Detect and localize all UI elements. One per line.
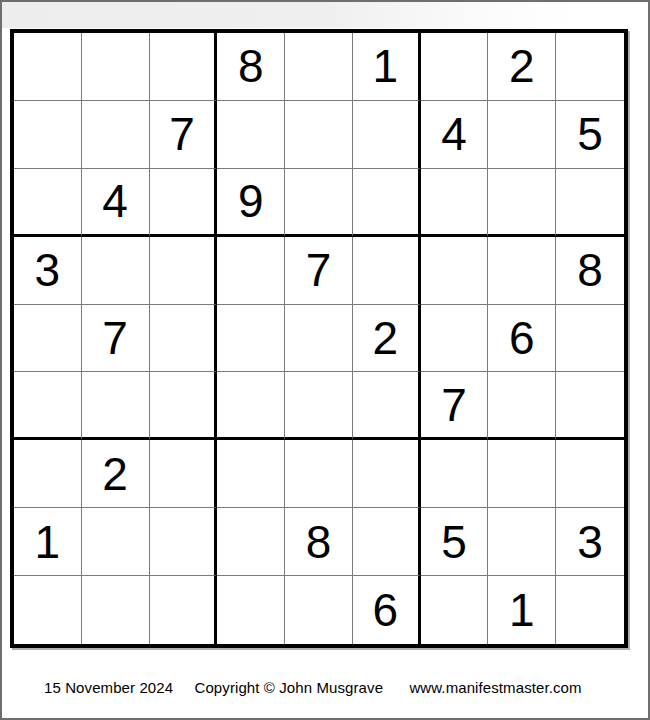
cell-r5c1[interactable]	[14, 305, 82, 373]
cell-r3c4[interactable]: 9	[217, 169, 285, 237]
cell-r6c3[interactable]	[150, 372, 218, 440]
cell-r5c2[interactable]: 7	[82, 305, 150, 373]
cell-r8c4[interactable]	[217, 508, 285, 576]
cell-r5c6[interactable]: 2	[353, 305, 421, 373]
cell-r1c6[interactable]: 1	[353, 33, 421, 101]
cell-r4c8[interactable]	[488, 237, 556, 305]
cell-r3c3[interactable]	[150, 169, 218, 237]
cell-r8c3[interactable]	[150, 508, 218, 576]
cell-r2c5[interactable]	[285, 101, 353, 169]
cell-r5c7[interactable]	[421, 305, 489, 373]
cell-r9c2[interactable]	[82, 576, 150, 644]
cell-r8c1[interactable]: 1	[14, 508, 82, 576]
cell-r1c9[interactable]	[556, 33, 624, 101]
cell-r7c8[interactable]	[488, 440, 556, 508]
cell-r5c8[interactable]: 6	[488, 305, 556, 373]
cell-r3c9[interactable]	[556, 169, 624, 237]
cell-r6c5[interactable]	[285, 372, 353, 440]
cell-r3c5[interactable]	[285, 169, 353, 237]
cell-r2c3[interactable]: 7	[150, 101, 218, 169]
cell-r6c9[interactable]	[556, 372, 624, 440]
cell-r8c8[interactable]	[488, 508, 556, 576]
cell-r2c4[interactable]	[217, 101, 285, 169]
cell-r1c1[interactable]	[14, 33, 82, 101]
cell-r8c7[interactable]: 5	[421, 508, 489, 576]
cell-r6c4[interactable]	[217, 372, 285, 440]
cell-r9c6[interactable]: 6	[353, 576, 421, 644]
footer-copyright: Copyright © John Musgrave	[194, 679, 383, 696]
cell-r3c8[interactable]	[488, 169, 556, 237]
cell-r5c4[interactable]	[217, 305, 285, 373]
cell-r7c1[interactable]	[14, 440, 82, 508]
cell-r9c8[interactable]: 1	[488, 576, 556, 644]
cell-r4c6[interactable]	[353, 237, 421, 305]
cell-r9c5[interactable]	[285, 576, 353, 644]
cell-r4c5[interactable]: 7	[285, 237, 353, 305]
cell-r2c9[interactable]: 5	[556, 101, 624, 169]
cell-r5c3[interactable]	[150, 305, 218, 373]
cell-r6c2[interactable]	[82, 372, 150, 440]
sudoku-board: 8127454937872672185361	[10, 29, 628, 648]
cell-r7c7[interactable]	[421, 440, 489, 508]
cell-r2c2[interactable]	[82, 101, 150, 169]
cell-r9c7[interactable]	[421, 576, 489, 644]
cell-r4c9[interactable]: 8	[556, 237, 624, 305]
cell-r3c2[interactable]: 4	[82, 169, 150, 237]
cell-r6c8[interactable]	[488, 372, 556, 440]
cell-r9c3[interactable]	[150, 576, 218, 644]
cell-r1c8[interactable]: 2	[488, 33, 556, 101]
top-gradient-band	[2, 2, 648, 28]
cell-r9c9[interactable]	[556, 576, 624, 644]
cell-r2c1[interactable]	[14, 101, 82, 169]
cell-r7c3[interactable]	[150, 440, 218, 508]
footer-date: 15 November 2024	[44, 679, 173, 696]
cell-r6c1[interactable]	[14, 372, 82, 440]
footer: 15 November 2024 Copyright © John Musgra…	[44, 679, 582, 696]
cell-r3c7[interactable]	[421, 169, 489, 237]
cell-r2c8[interactable]	[488, 101, 556, 169]
cell-r4c3[interactable]	[150, 237, 218, 305]
cell-r9c4[interactable]	[217, 576, 285, 644]
cell-r8c6[interactable]	[353, 508, 421, 576]
cell-r1c2[interactable]	[82, 33, 150, 101]
cell-r5c9[interactable]	[556, 305, 624, 373]
footer-website: www.manifestmaster.com	[409, 679, 581, 696]
cell-r1c3[interactable]	[150, 33, 218, 101]
cell-r1c5[interactable]	[285, 33, 353, 101]
cell-r7c6[interactable]	[353, 440, 421, 508]
cell-r4c4[interactable]	[217, 237, 285, 305]
cell-r8c5[interactable]: 8	[285, 508, 353, 576]
cell-r7c5[interactable]	[285, 440, 353, 508]
cell-r2c6[interactable]	[353, 101, 421, 169]
cell-r4c1[interactable]: 3	[14, 237, 82, 305]
cell-r8c2[interactable]	[82, 508, 150, 576]
cell-r4c7[interactable]	[421, 237, 489, 305]
cell-r7c2[interactable]: 2	[82, 440, 150, 508]
cell-r1c7[interactable]	[421, 33, 489, 101]
cell-r3c1[interactable]	[14, 169, 82, 237]
puzzle-page: 8127454937872672185361 15 November 2024 …	[0, 0, 650, 720]
cell-r3c6[interactable]	[353, 169, 421, 237]
cell-r5c5[interactable]	[285, 305, 353, 373]
cell-r1c4[interactable]: 8	[217, 33, 285, 101]
cell-r7c4[interactable]	[217, 440, 285, 508]
cell-r6c6[interactable]	[353, 372, 421, 440]
cell-r9c1[interactable]	[14, 576, 82, 644]
cell-r7c9[interactable]	[556, 440, 624, 508]
cell-r6c7[interactable]: 7	[421, 372, 489, 440]
cell-r8c9[interactable]: 3	[556, 508, 624, 576]
cell-r4c2[interactable]	[82, 237, 150, 305]
cell-r2c7[interactable]: 4	[421, 101, 489, 169]
